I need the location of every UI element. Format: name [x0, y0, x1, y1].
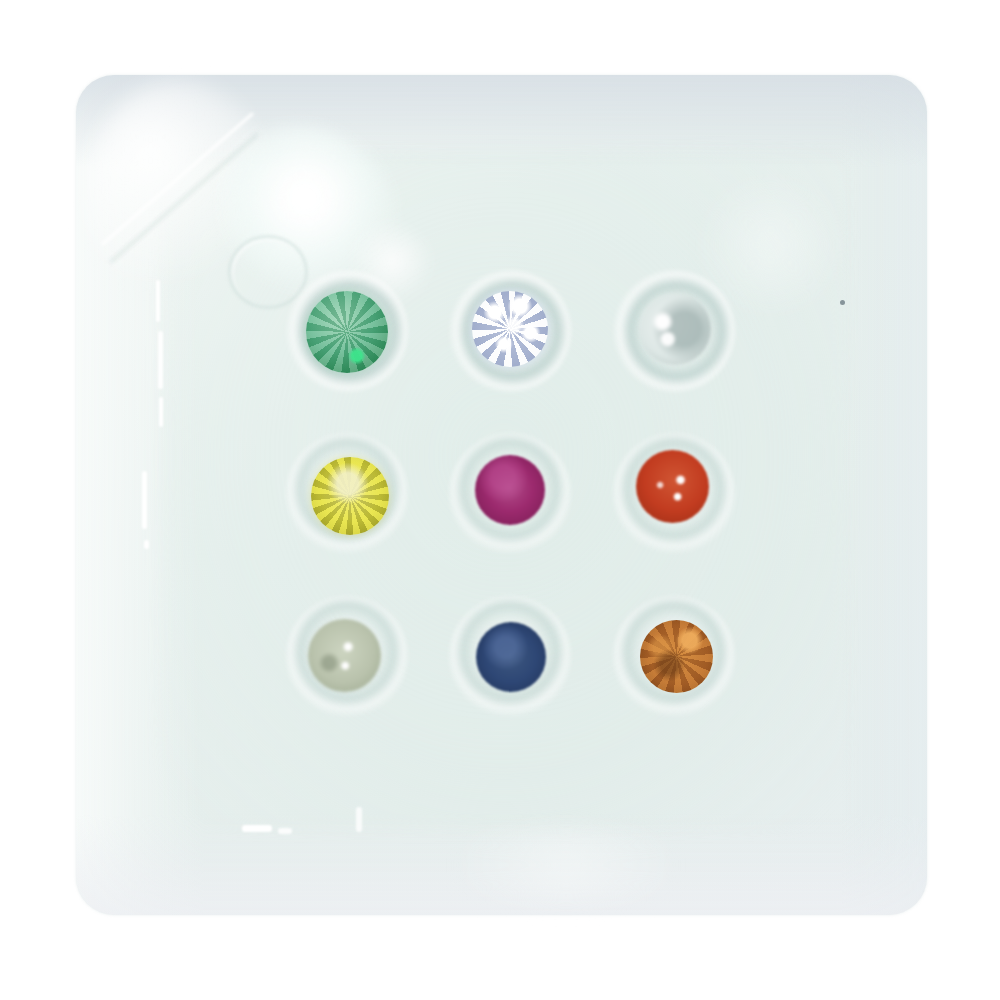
- tray-slot-emerald: [265, 250, 429, 413]
- blue-sapphire-gem: [476, 622, 546, 692]
- red-coral-gem: [636, 450, 709, 523]
- gem-tray: [76, 75, 927, 915]
- pearl-gem: [639, 293, 711, 365]
- cats-eye-gem: [308, 619, 381, 692]
- tray-slot-hessonite: [592, 575, 756, 738]
- photo-stage: [0, 0, 1000, 1000]
- tray-slot-yellow-sapphire: [265, 413, 429, 576]
- tray-slot-ruby: [429, 413, 593, 576]
- tray-slot-cats-eye: [265, 575, 429, 738]
- tray-slot-blue-sapphire: [429, 575, 593, 738]
- tray-slot-diamond: [429, 250, 593, 413]
- yellow-sapphire-gem: [311, 457, 389, 535]
- ruby-gem: [475, 455, 545, 525]
- hessonite-gem: [640, 620, 713, 693]
- gem-grid-3x3: [265, 250, 756, 738]
- tray-slot-pearl: [592, 250, 756, 413]
- emerald-gem: [306, 291, 388, 373]
- tray-slot-red-coral: [592, 413, 756, 576]
- diamond-gem: [472, 291, 548, 367]
